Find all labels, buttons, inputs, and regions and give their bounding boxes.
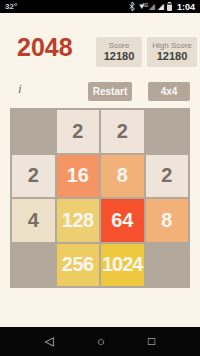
tile-2: 2 [101, 110, 144, 153]
score-label: Score [109, 41, 130, 50]
tile-1024: 1024 [101, 244, 144, 287]
network-type-label: 4G [142, 0, 149, 12]
high-score-label: High Score [152, 41, 192, 50]
app-screen: 32° ▼ 4G◢ ◢ 1:04 2048 Score 12180 High S… [0, 0, 200, 356]
back-button-icon[interactable]: ◁ [45, 327, 54, 356]
grid-size-button[interactable]: 4x4 [148, 82, 190, 101]
high-score-box: High Score 12180 [147, 37, 197, 67]
bluetooth-icon [129, 2, 135, 11]
status-bar: 32° ▼ 4G◢ ◢ 1:04 [0, 0, 200, 13]
tile-4: 4 [12, 199, 55, 242]
temperature-label: 32° [5, 2, 17, 11]
empty-cell [146, 110, 189, 153]
tile-2: 2 [57, 110, 100, 153]
tile-16: 16 [57, 155, 100, 198]
board[interactable]: 222168241286482561024 [10, 108, 190, 288]
battery-icon [167, 3, 172, 11]
tile-2: 2 [12, 155, 55, 198]
tile-8: 8 [146, 199, 189, 242]
high-score-value: 12180 [157, 50, 188, 63]
restart-button[interactable]: Restart [88, 82, 132, 101]
signal-4g-icon: 4G◢ [149, 0, 155, 13]
app-title: 2048 [17, 33, 73, 62]
score-value: 12180 [104, 50, 135, 63]
navigation-bar: ◁ ○ □ [0, 327, 200, 356]
score-box: Score 12180 [96, 37, 142, 67]
info-button[interactable]: i [18, 81, 22, 97]
tile-2: 2 [146, 155, 189, 198]
tile-64: 64 [101, 199, 144, 242]
tile-256: 256 [57, 244, 100, 287]
empty-cell [12, 244, 55, 287]
tile-128: 128 [57, 199, 100, 242]
recents-button-icon[interactable]: □ [148, 327, 155, 356]
empty-cell [12, 110, 55, 153]
empty-cell [146, 244, 189, 287]
home-button-icon[interactable]: ○ [97, 327, 105, 356]
clock: 1:04 [177, 2, 195, 12]
tile-8: 8 [101, 155, 144, 198]
signal-icon: ◢ [158, 0, 164, 13]
